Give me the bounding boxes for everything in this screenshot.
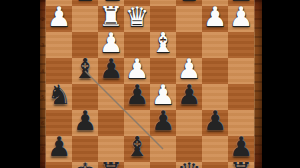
- square-h3[interactable]: [46, 32, 72, 58]
- piece-black-king-g8[interactable]: ♚: [72, 160, 98, 168]
- square-f5[interactable]: [98, 84, 124, 110]
- square-d3[interactable]: ♝: [150, 32, 176, 58]
- square-c8[interactable]: ♛: [176, 162, 202, 168]
- square-h5[interactable]: ♞: [46, 84, 72, 110]
- square-e2[interactable]: ♛: [124, 6, 150, 32]
- square-h2[interactable]: ♟: [46, 6, 72, 32]
- piece-white-bishop-d3[interactable]: ♝: [150, 30, 176, 56]
- square-b6[interactable]: ♟: [202, 110, 228, 136]
- square-f8[interactable]: ♜: [98, 162, 124, 168]
- square-d6[interactable]: ♟: [150, 110, 176, 136]
- square-c6[interactable]: [176, 110, 202, 136]
- square-g6[interactable]: ♟: [72, 110, 98, 136]
- piece-black-pawn-f4[interactable]: ♟: [98, 56, 124, 82]
- piece-black-pawn-h7[interactable]: ♟: [46, 134, 72, 160]
- piece-black-pawn-c5[interactable]: ♟: [176, 82, 202, 108]
- square-e7[interactable]: ♝: [124, 136, 150, 162]
- square-g8[interactable]: ♚: [72, 162, 98, 168]
- piece-black-pawn-b6[interactable]: ♟: [202, 108, 228, 134]
- piece-black-knight-h5[interactable]: ♞: [46, 82, 72, 108]
- piece-white-king-g1[interactable]: ♚: [72, 0, 98, 4]
- square-a4[interactable]: [228, 58, 254, 84]
- piece-black-bishop-e7[interactable]: ♝: [124, 134, 150, 160]
- piece-black-pawn-g6[interactable]: ♟: [72, 108, 98, 134]
- square-h8[interactable]: [46, 162, 72, 168]
- piece-white-pawn-b2[interactable]: ♟: [202, 4, 228, 30]
- piece-white-pawn-a2[interactable]: ♟: [228, 4, 254, 30]
- square-a2[interactable]: ♟: [228, 6, 254, 32]
- square-b8[interactable]: [202, 162, 228, 168]
- square-f4[interactable]: ♟: [98, 58, 124, 84]
- square-b4[interactable]: [202, 58, 228, 84]
- square-g4[interactable]: ♝: [72, 58, 98, 84]
- chess-board[interactable]: ♚♞♝♜♟♜♛♟♟♟♝♝♟♟♟♞♟♟♟♟♟♟♟♝♟♚♜♛♜: [46, 0, 254, 168]
- square-g2[interactable]: [72, 6, 98, 32]
- square-e8[interactable]: [124, 162, 150, 168]
- square-b3[interactable]: [202, 32, 228, 58]
- piece-white-queen-e2[interactable]: ♛: [124, 4, 150, 30]
- square-b2[interactable]: ♟: [202, 6, 228, 32]
- piece-black-pawn-e5[interactable]: ♟: [124, 82, 150, 108]
- square-c2[interactable]: [176, 6, 202, 32]
- square-a3[interactable]: [228, 32, 254, 58]
- piece-black-queen-c8[interactable]: ♛: [176, 160, 202, 168]
- piece-white-bishop-c1[interactable]: ♝: [176, 0, 202, 4]
- square-f6[interactable]: [98, 110, 124, 136]
- piece-black-rook-a8[interactable]: ♜: [228, 160, 254, 168]
- chess-app-background: 12345678 ♚♞♝♜♟♜♛♟♟♟♝♝♟♟♟♞♟♟♟♟♟♟♟♝♟♚♜♛♜: [0, 0, 300, 168]
- square-e5[interactable]: ♟: [124, 84, 150, 110]
- piece-black-pawn-d6[interactable]: ♟: [150, 108, 176, 134]
- square-a5[interactable]: [228, 84, 254, 110]
- piece-black-bishop-g4[interactable]: ♝: [72, 56, 98, 82]
- square-h7[interactable]: ♟: [46, 136, 72, 162]
- square-a8[interactable]: ♜: [228, 162, 254, 168]
- piece-black-rook-f8[interactable]: ♜: [98, 160, 124, 168]
- square-d7[interactable]: [150, 136, 176, 162]
- piece-white-pawn-h2[interactable]: ♟: [46, 4, 72, 30]
- square-d8[interactable]: [150, 162, 176, 168]
- square-b7[interactable]: [202, 136, 228, 162]
- square-c5[interactable]: ♟: [176, 84, 202, 110]
